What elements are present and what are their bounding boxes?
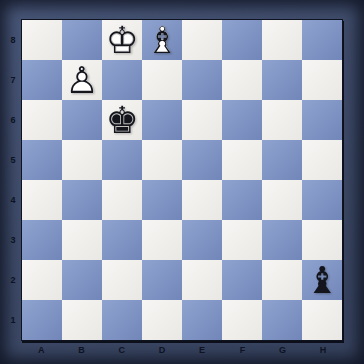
piece-black-king[interactable]: ♚ bbox=[102, 100, 142, 140]
square-d7[interactable] bbox=[142, 60, 182, 100]
square-c3[interactable] bbox=[102, 220, 142, 260]
square-g8[interactable] bbox=[262, 20, 302, 60]
square-d3[interactable] bbox=[142, 220, 182, 260]
square-f2[interactable] bbox=[222, 260, 262, 300]
bishop-outline-glyph: ♗ bbox=[142, 20, 182, 60]
square-h6[interactable] bbox=[302, 100, 342, 140]
file-label-c: C bbox=[102, 344, 142, 356]
square-h2[interactable]: ♝ bbox=[302, 260, 342, 300]
file-label-d: D bbox=[142, 344, 182, 356]
pawn-outline-glyph: ♙ bbox=[62, 60, 102, 100]
piece-white-king[interactable]: ♚♔ bbox=[102, 20, 142, 60]
square-e2[interactable] bbox=[182, 260, 222, 300]
square-a4[interactable] bbox=[22, 180, 62, 220]
piece-white-pawn[interactable]: ♟♙ bbox=[62, 60, 102, 100]
square-b2[interactable] bbox=[62, 260, 102, 300]
square-a2[interactable] bbox=[22, 260, 62, 300]
square-c8[interactable]: ♚♔ bbox=[102, 20, 142, 60]
file-label-h: H bbox=[303, 344, 343, 356]
square-h1[interactable] bbox=[302, 300, 342, 340]
square-d1[interactable] bbox=[142, 300, 182, 340]
bishop-glyph: ♝ bbox=[302, 260, 342, 300]
file-label-a: A bbox=[21, 344, 61, 356]
piece-black-bishop[interactable]: ♝ bbox=[302, 260, 342, 300]
square-e3[interactable] bbox=[182, 220, 222, 260]
file-label-f: F bbox=[222, 344, 262, 356]
square-e7[interactable] bbox=[182, 60, 222, 100]
square-b4[interactable] bbox=[62, 180, 102, 220]
file-label-e: E bbox=[182, 344, 222, 356]
chess-diagram: 87654321 ♚♔♝♗♟♙♚♝ ABCDEFGH bbox=[0, 0, 364, 364]
square-c4[interactable] bbox=[102, 180, 142, 220]
square-h3[interactable] bbox=[302, 220, 342, 260]
square-f4[interactable] bbox=[222, 180, 262, 220]
square-a6[interactable] bbox=[22, 100, 62, 140]
square-a5[interactable] bbox=[22, 140, 62, 180]
square-f8[interactable] bbox=[222, 20, 262, 60]
square-a8[interactable] bbox=[22, 20, 62, 60]
square-c2[interactable] bbox=[102, 260, 142, 300]
square-h5[interactable] bbox=[302, 140, 342, 180]
square-b1[interactable] bbox=[62, 300, 102, 340]
square-b7[interactable]: ♟♙ bbox=[62, 60, 102, 100]
square-g6[interactable] bbox=[262, 100, 302, 140]
square-e5[interactable] bbox=[182, 140, 222, 180]
square-g2[interactable] bbox=[262, 260, 302, 300]
square-b6[interactable] bbox=[62, 100, 102, 140]
square-d4[interactable] bbox=[142, 180, 182, 220]
file-label-g: G bbox=[263, 344, 303, 356]
square-h8[interactable] bbox=[302, 20, 342, 60]
square-g1[interactable] bbox=[262, 300, 302, 340]
square-g7[interactable] bbox=[262, 60, 302, 100]
square-a1[interactable] bbox=[22, 300, 62, 340]
square-b8[interactable] bbox=[62, 20, 102, 60]
king-glyph: ♚ bbox=[102, 100, 142, 140]
square-c6[interactable]: ♚ bbox=[102, 100, 142, 140]
square-g3[interactable] bbox=[262, 220, 302, 260]
square-d2[interactable] bbox=[142, 260, 182, 300]
square-f1[interactable] bbox=[222, 300, 262, 340]
square-e6[interactable] bbox=[182, 100, 222, 140]
square-a3[interactable] bbox=[22, 220, 62, 260]
square-e8[interactable] bbox=[182, 20, 222, 60]
square-h7[interactable] bbox=[302, 60, 342, 100]
piece-white-bishop[interactable]: ♝♗ bbox=[142, 20, 182, 60]
chess-board: ♚♔♝♗♟♙♚♝ bbox=[21, 19, 343, 341]
square-g4[interactable] bbox=[262, 180, 302, 220]
square-f6[interactable] bbox=[222, 100, 262, 140]
file-label-b: B bbox=[61, 344, 101, 356]
square-f7[interactable] bbox=[222, 60, 262, 100]
square-b3[interactable] bbox=[62, 220, 102, 260]
square-d6[interactable] bbox=[142, 100, 182, 140]
king-outline-glyph: ♔ bbox=[102, 20, 142, 60]
square-h4[interactable] bbox=[302, 180, 342, 220]
square-e1[interactable] bbox=[182, 300, 222, 340]
square-d5[interactable] bbox=[142, 140, 182, 180]
square-g5[interactable] bbox=[262, 140, 302, 180]
square-b5[interactable] bbox=[62, 140, 102, 180]
square-c5[interactable] bbox=[102, 140, 142, 180]
square-d8[interactable]: ♝♗ bbox=[142, 20, 182, 60]
square-c7[interactable] bbox=[102, 60, 142, 100]
square-a7[interactable] bbox=[22, 60, 62, 100]
file-labels: ABCDEFGH bbox=[21, 344, 343, 356]
square-f3[interactable] bbox=[222, 220, 262, 260]
square-c1[interactable] bbox=[102, 300, 142, 340]
square-e4[interactable] bbox=[182, 180, 222, 220]
square-f5[interactable] bbox=[222, 140, 262, 180]
